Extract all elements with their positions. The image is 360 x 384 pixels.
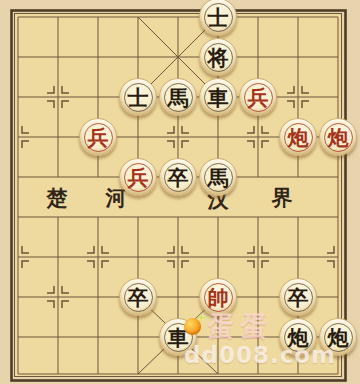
piece-glyph: 士 — [120, 79, 156, 115]
piece-red-general[interactable]: 帥 — [199, 278, 237, 316]
piece-glyph: 兵 — [80, 119, 116, 155]
piece-black-cannon[interactable]: 炮 — [279, 318, 317, 356]
piece-glyph: 馬 — [200, 159, 236, 195]
piece-black-general[interactable]: 将 — [199, 38, 237, 76]
piece-red-cannon[interactable]: 炮 — [319, 118, 357, 156]
piece-glyph: 炮 — [320, 119, 356, 155]
piece-glyph: 馬 — [160, 79, 196, 115]
piece-glyph: 炮 — [280, 319, 316, 355]
piece-black-chariot[interactable]: 車 — [159, 318, 197, 356]
piece-red-soldier[interactable]: 兵 — [79, 118, 117, 156]
piece-glyph: 兵 — [240, 79, 276, 115]
piece-red-soldier[interactable]: 兵 — [119, 158, 157, 196]
piece-glyph: 卒 — [280, 279, 316, 315]
piece-black-horse[interactable]: 馬 — [199, 158, 237, 196]
piece-black-chariot[interactable]: 車 — [199, 78, 237, 116]
piece-glyph: 帥 — [200, 279, 236, 315]
piece-glyph: 卒 — [120, 279, 156, 315]
piece-black-horse[interactable]: 馬 — [159, 78, 197, 116]
piece-black-soldier[interactable]: 卒 — [119, 278, 157, 316]
piece-red-cannon[interactable]: 炮 — [279, 118, 317, 156]
piece-black-soldier[interactable]: 卒 — [159, 158, 197, 196]
pieces-layer: 士将士馬車兵兵炮炮兵卒馬卒帥卒車炮炮 — [0, 0, 360, 384]
piece-glyph: 将 — [200, 39, 236, 75]
piece-glyph: 炮 — [320, 319, 356, 355]
piece-glyph: 士 — [200, 0, 236, 35]
piece-glyph: 兵 — [120, 159, 156, 195]
piece-black-cannon[interactable]: 炮 — [319, 318, 357, 356]
piece-glyph: 卒 — [160, 159, 196, 195]
piece-black-soldier[interactable]: 卒 — [279, 278, 317, 316]
piece-red-soldier[interactable]: 兵 — [239, 78, 277, 116]
piece-black-advisor[interactable]: 士 — [199, 0, 237, 36]
piece-black-advisor[interactable]: 士 — [119, 78, 157, 116]
piece-glyph: 車 — [160, 319, 196, 355]
piece-glyph: 炮 — [280, 119, 316, 155]
piece-glyph: 車 — [200, 79, 236, 115]
xiangqi-board: 楚 河 汉 界 士将士馬車兵兵炮炮兵卒馬卒帥卒車炮炮 + 蛋蛋 dd008.co… — [0, 0, 360, 384]
